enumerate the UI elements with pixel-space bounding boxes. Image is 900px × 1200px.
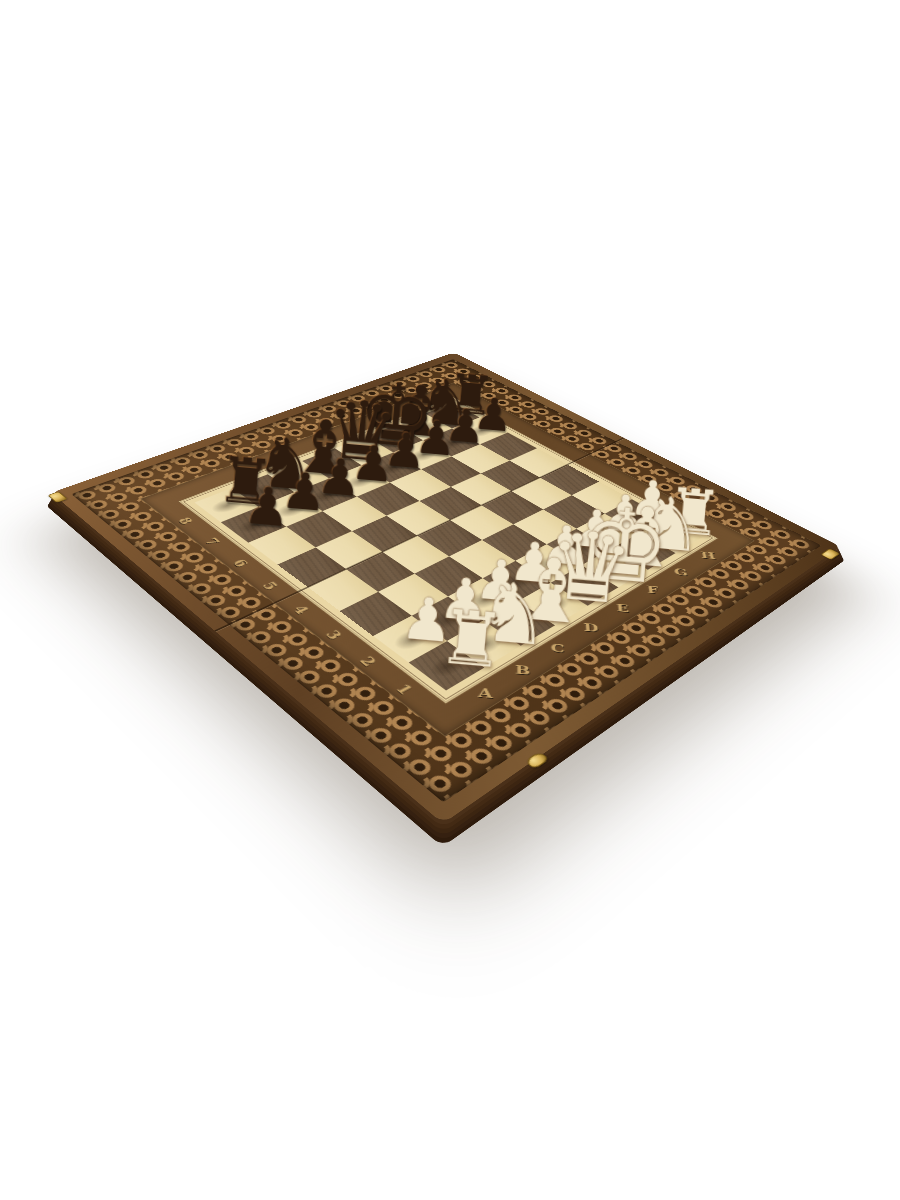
chess-board: ♜♞♝♛♚♝♞♜♟♟♟♟♟♟♟♟♟♟♟♟♟♟♟♟♜♞♝♛♚♝♞♜ 1234567… — [51, 352, 841, 823]
brass-hinge-left-icon — [47, 491, 67, 503]
brass-hinge-right-icon — [820, 548, 840, 560]
product-photo-canvas: ♜♞♝♛♚♝♞♜♟♟♟♟♟♟♟♟♟♟♟♟♟♟♟♟♜♞♝♛♚♝♞♜ 1234567… — [0, 0, 900, 1200]
scene: ♜♞♝♛♚♝♞♜♟♟♟♟♟♟♟♟♟♟♟♟♟♟♟♟♜♞♝♛♚♝♞♜ 1234567… — [0, 0, 900, 1200]
brass-latch-icon — [524, 751, 550, 769]
